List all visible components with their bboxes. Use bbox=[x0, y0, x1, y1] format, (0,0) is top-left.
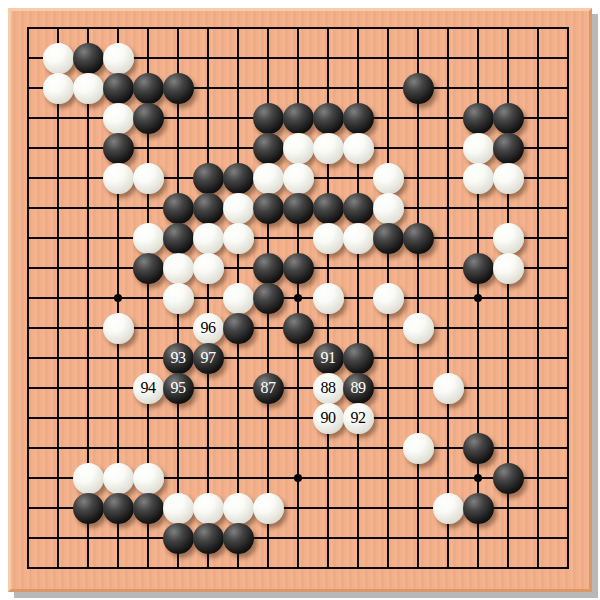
grid-line-horizontal-19 bbox=[27, 567, 569, 569]
move-number-label: 90 bbox=[321, 410, 336, 426]
go-stone-black[interactable]: 97 bbox=[193, 343, 224, 374]
go-stone-black[interactable] bbox=[253, 253, 284, 284]
go-stone-black[interactable] bbox=[463, 493, 494, 524]
move-number-label: 97 bbox=[201, 350, 216, 366]
go-stone-white[interactable] bbox=[163, 493, 194, 524]
go-stone-black[interactable] bbox=[493, 133, 524, 164]
go-stone-black[interactable] bbox=[163, 523, 194, 554]
go-stone-white[interactable] bbox=[403, 313, 434, 344]
move-number-label: 88 bbox=[321, 380, 336, 396]
grid-line-horizontal-13 bbox=[27, 387, 569, 389]
go-stone-white[interactable] bbox=[103, 463, 134, 494]
go-stone-black[interactable] bbox=[463, 253, 494, 284]
grid-line-vertical-18 bbox=[537, 27, 539, 569]
grid-line-horizontal-12 bbox=[27, 357, 569, 359]
go-stone-black[interactable] bbox=[223, 523, 254, 554]
go-stone-white[interactable] bbox=[313, 283, 344, 314]
go-stone-black[interactable] bbox=[223, 313, 254, 344]
go-stone-black[interactable] bbox=[163, 193, 194, 224]
move-number-label: 91 bbox=[321, 350, 336, 366]
go-stone-white[interactable] bbox=[433, 373, 464, 404]
go-stone-white[interactable]: 88 bbox=[313, 373, 344, 404]
go-stone-white[interactable] bbox=[493, 253, 524, 284]
go-stone-black[interactable] bbox=[343, 193, 374, 224]
star-point bbox=[294, 294, 302, 302]
go-stone-white[interactable] bbox=[493, 163, 524, 194]
go-stone-black[interactable] bbox=[133, 253, 164, 284]
star-point bbox=[474, 474, 482, 482]
go-stone-white[interactable] bbox=[163, 283, 194, 314]
go-stone-white[interactable] bbox=[133, 223, 164, 254]
go-stone-white[interactable] bbox=[103, 43, 134, 74]
go-stone-black[interactable] bbox=[253, 133, 284, 164]
go-stone-white[interactable] bbox=[223, 283, 254, 314]
go-stone-black[interactable] bbox=[73, 43, 104, 74]
go-stone-white[interactable] bbox=[223, 493, 254, 524]
go-stone-black[interactable] bbox=[283, 253, 314, 284]
go-stone-white[interactable] bbox=[313, 133, 344, 164]
go-stone-black[interactable] bbox=[283, 103, 314, 134]
go-stone-white[interactable] bbox=[463, 163, 494, 194]
go-stone-black[interactable] bbox=[343, 343, 374, 374]
grid-line-vertical-14 bbox=[417, 27, 419, 569]
star-point bbox=[114, 294, 122, 302]
move-number-label: 93 bbox=[171, 350, 186, 366]
go-stone-black[interactable] bbox=[253, 193, 284, 224]
go-stone-white[interactable] bbox=[343, 223, 374, 254]
go-stone-black[interactable] bbox=[133, 73, 164, 104]
go-stone-black[interactable] bbox=[283, 193, 314, 224]
go-stone-black[interactable] bbox=[103, 73, 134, 104]
go-stone-black[interactable] bbox=[463, 103, 494, 134]
go-stone-black[interactable] bbox=[313, 103, 344, 134]
go-stone-white[interactable] bbox=[163, 253, 194, 284]
go-stone-white[interactable] bbox=[283, 133, 314, 164]
go-stone-black[interactable] bbox=[493, 463, 524, 494]
go-stone-white[interactable]: 94 bbox=[133, 373, 164, 404]
go-stone-black[interactable] bbox=[133, 493, 164, 524]
go-stone-black[interactable]: 89 bbox=[343, 373, 374, 404]
go-stone-black[interactable] bbox=[193, 523, 224, 554]
go-stone-white[interactable] bbox=[403, 433, 434, 464]
go-stone-white[interactable] bbox=[133, 463, 164, 494]
go-stone-black[interactable]: 91 bbox=[313, 343, 344, 374]
go-stone-white[interactable] bbox=[43, 43, 74, 74]
go-stone-white[interactable] bbox=[193, 253, 224, 284]
go-stone-black[interactable]: 87 bbox=[253, 373, 284, 404]
star-point bbox=[474, 294, 482, 302]
go-stone-white[interactable] bbox=[283, 163, 314, 194]
go-stone-white[interactable] bbox=[373, 163, 404, 194]
go-stone-black[interactable] bbox=[373, 223, 404, 254]
go-stone-black[interactable] bbox=[193, 163, 224, 194]
go-stone-white[interactable] bbox=[313, 223, 344, 254]
go-stone-white[interactable] bbox=[343, 133, 374, 164]
go-stone-black[interactable] bbox=[253, 283, 284, 314]
go-stone-black[interactable] bbox=[103, 493, 134, 524]
go-stone-white[interactable] bbox=[253, 493, 284, 524]
move-number-label: 87 bbox=[261, 380, 276, 396]
go-stone-white[interactable] bbox=[193, 493, 224, 524]
go-stone-white[interactable] bbox=[103, 163, 134, 194]
go-stone-black[interactable] bbox=[493, 103, 524, 134]
move-number-label: 94 bbox=[141, 380, 156, 396]
go-board[interactable]: 9693979194958788899092 bbox=[8, 8, 592, 592]
go-stone-white[interactable] bbox=[73, 73, 104, 104]
star-point bbox=[294, 474, 302, 482]
go-stone-black[interactable] bbox=[403, 223, 434, 254]
go-stone-black[interactable] bbox=[163, 223, 194, 254]
go-stone-black[interactable] bbox=[73, 493, 104, 524]
go-stone-white[interactable] bbox=[463, 133, 494, 164]
go-stone-black[interactable] bbox=[313, 193, 344, 224]
go-stone-white[interactable] bbox=[373, 193, 404, 224]
go-stone-white[interactable] bbox=[253, 163, 284, 194]
go-stone-white[interactable] bbox=[133, 163, 164, 194]
go-stone-white[interactable] bbox=[223, 223, 254, 254]
go-stone-white[interactable] bbox=[103, 313, 134, 344]
go-stone-black[interactable] bbox=[463, 433, 494, 464]
go-stone-white[interactable] bbox=[223, 193, 254, 224]
grid-line-vertical-15 bbox=[447, 27, 449, 569]
go-stone-black[interactable] bbox=[403, 73, 434, 104]
go-stone-white[interactable]: 90 bbox=[313, 403, 344, 434]
go-stone-black[interactable] bbox=[163, 73, 194, 104]
go-stone-black[interactable] bbox=[223, 163, 254, 194]
go-stone-black[interactable] bbox=[103, 133, 134, 164]
go-stone-black[interactable] bbox=[283, 313, 314, 344]
go-stone-white[interactable] bbox=[493, 223, 524, 254]
grid-line-horizontal-14 bbox=[27, 417, 569, 419]
grid-line-vertical-19 bbox=[567, 27, 569, 569]
go-stone-white[interactable]: 96 bbox=[193, 313, 224, 344]
go-stone-white[interactable] bbox=[43, 73, 74, 104]
move-number-label: 95 bbox=[171, 380, 186, 396]
go-stone-black[interactable] bbox=[193, 193, 224, 224]
go-stone-white[interactable]: 92 bbox=[343, 403, 374, 434]
go-stone-white[interactable] bbox=[433, 493, 464, 524]
go-stone-black[interactable] bbox=[253, 103, 284, 134]
go-stone-black[interactable]: 93 bbox=[163, 343, 194, 374]
move-number-label: 92 bbox=[351, 410, 366, 426]
go-stone-white[interactable] bbox=[103, 103, 134, 134]
go-stone-black[interactable] bbox=[343, 103, 374, 134]
go-stone-white[interactable] bbox=[73, 463, 104, 494]
move-number-label: 89 bbox=[351, 380, 366, 396]
go-stone-black[interactable] bbox=[133, 103, 164, 134]
go-stone-white[interactable] bbox=[193, 223, 224, 254]
grid-line-horizontal-18 bbox=[27, 537, 569, 539]
go-stone-black[interactable]: 95 bbox=[163, 373, 194, 404]
move-number-label: 96 bbox=[201, 320, 216, 336]
go-stone-white[interactable] bbox=[373, 283, 404, 314]
